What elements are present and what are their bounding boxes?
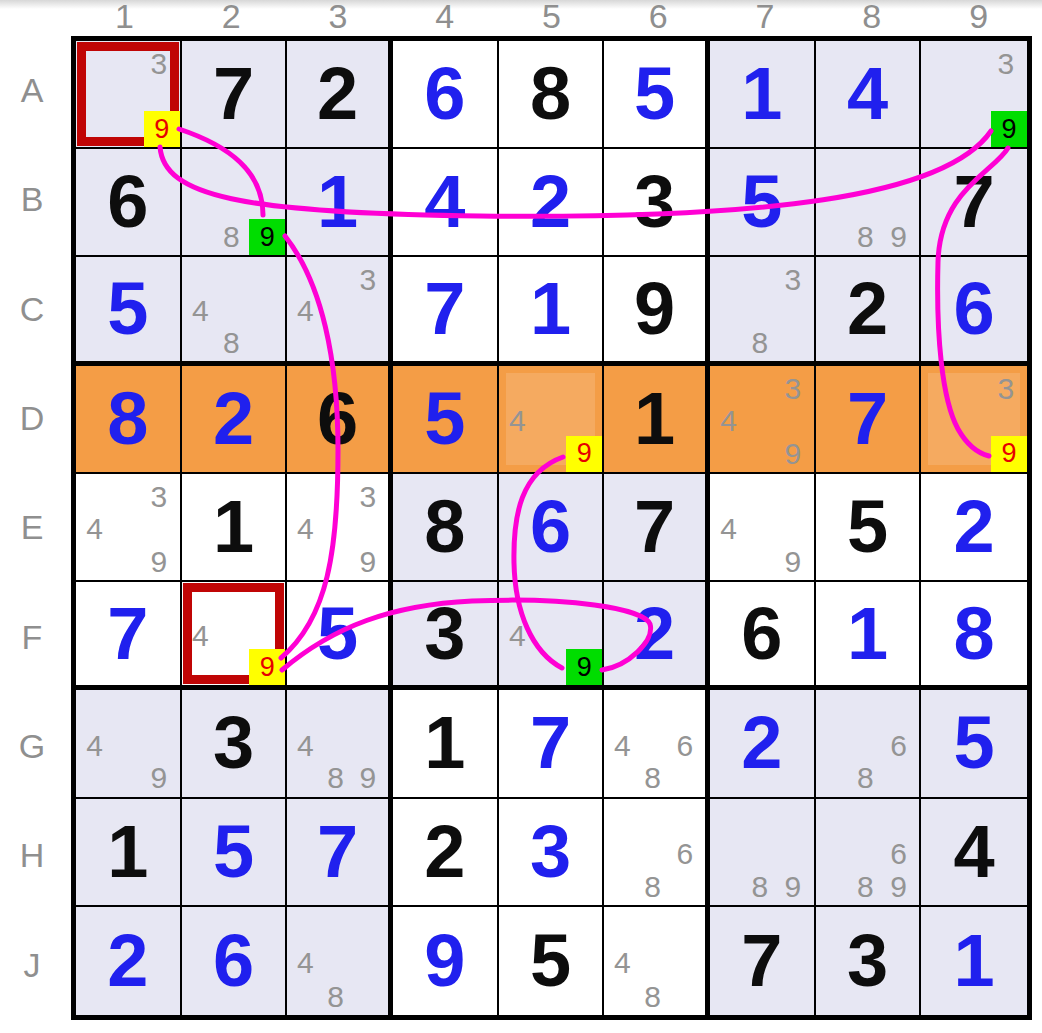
cell-value: 3 xyxy=(499,799,603,905)
cell-value: 7 xyxy=(76,582,180,685)
candidate-8: 8 xyxy=(857,872,874,902)
cell-D2[interactable]: 2 xyxy=(182,366,288,474)
cell-value: 5 xyxy=(499,907,603,1015)
cell-value: 7 xyxy=(816,366,920,472)
cell-F3[interactable]: 5 xyxy=(287,582,393,690)
cell-value: 2 xyxy=(182,366,286,472)
column-label-6: 6 xyxy=(605,0,712,35)
cell-E5[interactable]: 6 xyxy=(499,474,605,582)
candidate-8: 8 xyxy=(223,222,240,252)
cell-value: 8 xyxy=(499,41,603,147)
cell-value: 1 xyxy=(921,907,1027,1015)
cell-C1[interactable]: 5 xyxy=(76,257,182,365)
cell-H4[interactable]: 2 xyxy=(393,799,499,907)
chain-marker-green-9[interactable]: 9 xyxy=(249,219,285,255)
cell-F2[interactable]: 49 xyxy=(182,582,288,690)
cell-value: 1 xyxy=(604,366,705,472)
cell-D8[interactable]: 7 xyxy=(816,366,922,474)
cell-E8[interactable]: 5 xyxy=(816,474,922,582)
cell-value: 7 xyxy=(921,149,1027,255)
candidate-4: 4 xyxy=(614,731,631,761)
cell-J5[interactable]: 5 xyxy=(499,907,605,1015)
candidate-6: 6 xyxy=(890,839,907,869)
cell-E2[interactable]: 1 xyxy=(182,474,288,582)
cell-value: 3 xyxy=(816,907,920,1015)
cell-D6[interactable]: 1 xyxy=(604,366,710,474)
cell-H5[interactable]: 3 xyxy=(499,799,605,907)
cell-D3[interactable]: 6 xyxy=(287,366,393,474)
cell-F6[interactable]: 2 xyxy=(604,582,710,690)
cell-value: 8 xyxy=(921,582,1027,685)
column-label-5: 5 xyxy=(498,0,605,35)
cell-C8[interactable]: 2 xyxy=(816,257,922,365)
cell-value: 1 xyxy=(816,582,920,685)
candidate-9: 9 xyxy=(890,222,907,252)
cell-value: 6 xyxy=(182,907,286,1015)
column-label-7: 7 xyxy=(712,0,819,35)
cell-value: 3 xyxy=(182,690,286,796)
cell-C3[interactable]: 34 xyxy=(287,257,393,365)
cell-A1[interactable]: 39 xyxy=(76,41,182,149)
cell-C6[interactable]: 9 xyxy=(604,257,710,365)
cell-B8[interactable]: 89 xyxy=(816,149,922,257)
column-label-3: 3 xyxy=(285,0,392,35)
cell-C4[interactable]: 7 xyxy=(393,257,499,365)
cell-G6[interactable]: 468 xyxy=(604,690,710,798)
cell-C7[interactable]: 38 xyxy=(710,257,816,365)
candidate-3: 3 xyxy=(360,265,377,295)
cell-value: 7 xyxy=(710,907,814,1015)
candidate-9: 9 xyxy=(151,547,168,577)
candidate-4: 4 xyxy=(86,731,103,761)
candidate-6: 6 xyxy=(677,731,694,761)
row-label-A: A xyxy=(6,36,58,145)
cell-value: 5 xyxy=(76,257,180,360)
cell-C5[interactable]: 1 xyxy=(499,257,605,365)
cell-value: 7 xyxy=(287,799,388,905)
cell-D5[interactable]: 49 xyxy=(499,366,605,474)
sudoku-board: 3972685143968914235897548347193826826549… xyxy=(71,36,1032,1020)
candidate-8: 8 xyxy=(327,763,344,793)
candidate-3: 3 xyxy=(998,374,1015,404)
cell-value: 3 xyxy=(604,149,705,255)
cell-value: 4 xyxy=(921,799,1027,905)
candidate-3: 3 xyxy=(151,482,168,512)
cell-D4[interactable]: 5 xyxy=(393,366,499,474)
cell-G4[interactable]: 1 xyxy=(393,690,499,798)
candidate-9: 9 xyxy=(151,763,168,793)
cell-value: 2 xyxy=(921,474,1027,580)
cell-value: 2 xyxy=(499,149,603,255)
cell-F9[interactable]: 8 xyxy=(921,582,1027,690)
candidate-6: 6 xyxy=(890,731,907,761)
candidate-9: 9 xyxy=(360,547,377,577)
cell-G2[interactable]: 3 xyxy=(182,690,288,798)
cell-value: 6 xyxy=(393,41,497,147)
candidate-3: 3 xyxy=(785,374,802,404)
candidate-4: 4 xyxy=(509,621,526,651)
cell-B3[interactable]: 1 xyxy=(287,149,393,257)
cell-value: 6 xyxy=(287,366,388,472)
chain-marker-green-9[interactable]: 9 xyxy=(991,111,1027,147)
cell-value: 6 xyxy=(499,474,603,580)
cell-E9[interactable]: 2 xyxy=(921,474,1027,582)
cell-F1[interactable]: 7 xyxy=(76,582,182,690)
cell-value: 7 xyxy=(393,257,497,360)
cell-value: 5 xyxy=(816,474,920,580)
row-label-F: F xyxy=(6,583,58,692)
cell-value: 7 xyxy=(182,41,286,147)
candidate-8: 8 xyxy=(751,328,768,358)
candidate-9: 9 xyxy=(785,439,802,469)
candidate-8: 8 xyxy=(857,222,874,252)
candidate-8: 8 xyxy=(644,982,661,1012)
cell-J2[interactable]: 6 xyxy=(182,907,288,1015)
candidate-8: 8 xyxy=(751,872,768,902)
cell-B6[interactable]: 3 xyxy=(604,149,710,257)
cell-value: 7 xyxy=(499,690,603,796)
candidate-4: 4 xyxy=(297,731,314,761)
sudoku-app: 123456789 ABCDEFGHJ 39726851439689142358… xyxy=(0,0,1042,1033)
column-label-8: 8 xyxy=(818,0,925,35)
cell-G3[interactable]: 489 xyxy=(287,690,393,798)
candidate-4: 4 xyxy=(614,948,631,978)
cell-J7[interactable]: 7 xyxy=(710,907,816,1015)
candidate-8: 8 xyxy=(857,763,874,793)
cell-G8[interactable]: 68 xyxy=(816,690,922,798)
cell-value: 5 xyxy=(182,799,286,905)
candidate-8: 8 xyxy=(644,763,661,793)
row-label-B: B xyxy=(6,145,58,254)
candidate-3: 3 xyxy=(998,49,1015,79)
cell-G5[interactable]: 7 xyxy=(499,690,605,798)
row-label-C: C xyxy=(6,255,58,364)
cell-value: 9 xyxy=(393,907,497,1015)
cell-E1[interactable]: 349 xyxy=(76,474,182,582)
candidate-4: 4 xyxy=(192,621,209,651)
cell-G7[interactable]: 2 xyxy=(710,690,816,798)
candidate-8: 8 xyxy=(327,982,344,1012)
row-label-G: G xyxy=(6,692,58,801)
cell-value: 4 xyxy=(816,41,920,147)
cell-H1[interactable]: 1 xyxy=(76,799,182,907)
column-label-2: 2 xyxy=(178,0,285,35)
column-label-4: 4 xyxy=(391,0,498,35)
cell-A2[interactable]: 7 xyxy=(182,41,288,149)
cell-value: 1 xyxy=(287,149,388,255)
chain-marker-green-9[interactable]: 9 xyxy=(566,649,602,685)
cell-value: 3 xyxy=(393,582,497,685)
cell-A6[interactable]: 5 xyxy=(604,41,710,149)
cell-value: 2 xyxy=(393,799,497,905)
cell-value: 2 xyxy=(710,690,814,796)
candidate-3: 3 xyxy=(151,49,168,79)
chain-marker-yellow-9[interactable]: 9 xyxy=(991,436,1027,472)
cell-value: 2 xyxy=(287,41,388,147)
cell-value: 5 xyxy=(287,582,388,685)
cell-B7[interactable]: 5 xyxy=(710,149,816,257)
row-label-H: H xyxy=(6,801,58,910)
candidate-9: 9 xyxy=(785,547,802,577)
cell-value: 9 xyxy=(604,257,705,360)
candidate-3: 3 xyxy=(360,482,377,512)
cell-value: 1 xyxy=(499,257,603,360)
cell-H8[interactable]: 689 xyxy=(816,799,922,907)
cell-A5[interactable]: 8 xyxy=(499,41,605,149)
cell-H2[interactable]: 5 xyxy=(182,799,288,907)
cell-value: 7 xyxy=(604,474,705,580)
candidate-4: 4 xyxy=(297,514,314,544)
cell-B4[interactable]: 4 xyxy=(393,149,499,257)
cell-A7[interactable]: 1 xyxy=(710,41,816,149)
chain-marker-yellow-9[interactable]: 9 xyxy=(144,111,180,147)
cell-E4[interactable]: 8 xyxy=(393,474,499,582)
row-label-D: D xyxy=(6,364,58,473)
cell-A8[interactable]: 4 xyxy=(816,41,922,149)
cell-D1[interactable]: 8 xyxy=(76,366,182,474)
candidate-6: 6 xyxy=(677,839,694,869)
cell-value: 1 xyxy=(76,799,180,905)
cell-H9[interactable]: 4 xyxy=(921,799,1027,907)
cell-B5[interactable]: 2 xyxy=(499,149,605,257)
cell-A3[interactable]: 2 xyxy=(287,41,393,149)
cell-H7[interactable]: 89 xyxy=(710,799,816,907)
cell-value: 5 xyxy=(921,690,1027,796)
cell-J6[interactable]: 48 xyxy=(604,907,710,1015)
cell-E3[interactable]: 349 xyxy=(287,474,393,582)
cell-value: 5 xyxy=(393,366,497,472)
cell-E7[interactable]: 49 xyxy=(710,474,816,582)
candidate-4: 4 xyxy=(720,406,737,436)
candidate-4: 4 xyxy=(720,514,737,544)
row-label-E: E xyxy=(6,473,58,582)
cell-G9[interactable]: 5 xyxy=(921,690,1027,798)
cell-D9[interactable]: 39 xyxy=(921,366,1027,474)
candidate-9: 9 xyxy=(360,763,377,793)
cell-value: 8 xyxy=(76,366,180,472)
cell-A9[interactable]: 39 xyxy=(921,41,1027,149)
cell-value: 2 xyxy=(604,582,705,685)
cell-F5[interactable]: 49 xyxy=(499,582,605,690)
candidate-9: 9 xyxy=(890,872,907,902)
candidate-9: 9 xyxy=(785,872,802,902)
cell-value: 6 xyxy=(76,149,180,255)
cell-value: 1 xyxy=(710,41,814,147)
cell-H6[interactable]: 68 xyxy=(604,799,710,907)
cell-F8[interactable]: 1 xyxy=(816,582,922,690)
candidate-4: 4 xyxy=(297,948,314,978)
row-label-J: J xyxy=(6,911,58,1020)
candidate-8: 8 xyxy=(223,328,240,358)
cell-J8[interactable]: 3 xyxy=(816,907,922,1015)
cell-value: 6 xyxy=(921,257,1027,360)
cell-B9[interactable]: 7 xyxy=(921,149,1027,257)
cell-D7[interactable]: 349 xyxy=(710,366,816,474)
candidate-3: 3 xyxy=(785,265,802,295)
candidate-4: 4 xyxy=(297,296,314,326)
cell-C2[interactable]: 48 xyxy=(182,257,288,365)
cell-F4[interactable]: 3 xyxy=(393,582,499,690)
cell-E6[interactable]: 7 xyxy=(604,474,710,582)
cell-J1[interactable]: 2 xyxy=(76,907,182,1015)
cell-F7[interactable]: 6 xyxy=(710,582,816,690)
column-label-9: 9 xyxy=(925,0,1032,35)
cell-G1[interactable]: 49 xyxy=(76,690,182,798)
cell-J4[interactable]: 9 xyxy=(393,907,499,1015)
cell-value: 5 xyxy=(604,41,705,147)
cell-J9[interactable]: 1 xyxy=(921,907,1027,1015)
cell-H3[interactable]: 7 xyxy=(287,799,393,907)
cell-A4[interactable]: 6 xyxy=(393,41,499,149)
cell-value: 6 xyxy=(710,582,814,685)
cell-B2[interactable]: 89 xyxy=(182,149,288,257)
cell-value: 1 xyxy=(182,474,286,580)
cell-value: 2 xyxy=(816,257,920,360)
cell-value: 4 xyxy=(393,149,497,255)
cell-B1[interactable]: 6 xyxy=(76,149,182,257)
candidate-4: 4 xyxy=(192,296,209,326)
column-label-1: 1 xyxy=(71,0,178,35)
cell-C9[interactable]: 6 xyxy=(921,257,1027,365)
cell-J3[interactable]: 48 xyxy=(287,907,393,1015)
cell-value: 1 xyxy=(393,690,497,796)
candidate-4: 4 xyxy=(86,514,103,544)
candidate-4: 4 xyxy=(509,406,526,436)
candidate-8: 8 xyxy=(644,872,661,902)
cell-value: 5 xyxy=(710,149,814,255)
chain-marker-yellow-9[interactable]: 9 xyxy=(249,649,285,685)
cell-value: 2 xyxy=(76,907,180,1015)
cell-value: 8 xyxy=(393,474,497,580)
chain-marker-yellow-9[interactable]: 9 xyxy=(566,436,602,472)
